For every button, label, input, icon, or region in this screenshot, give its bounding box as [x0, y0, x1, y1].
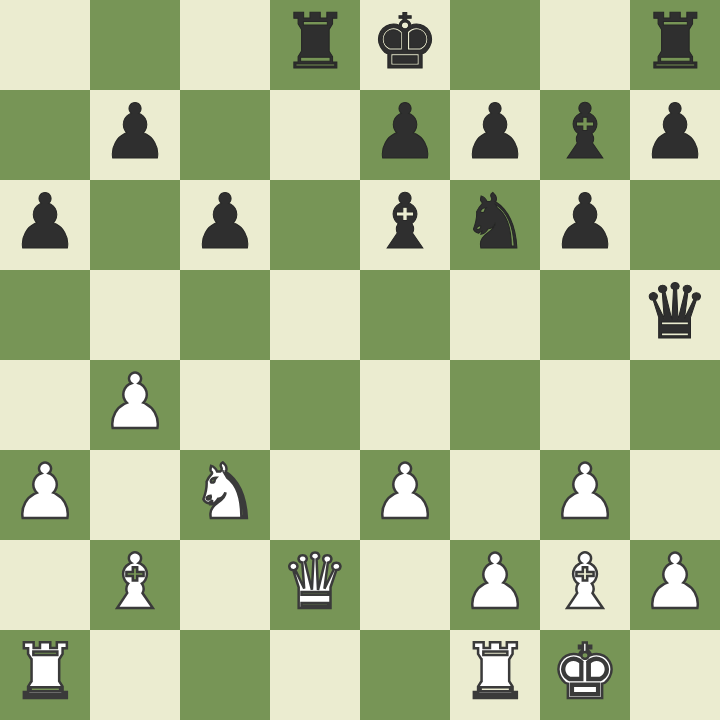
square-b7[interactable]: ♟	[90, 90, 180, 180]
square-b2[interactable]: ♝	[90, 540, 180, 630]
piece-white-rook-f1[interactable]: ♜	[461, 627, 529, 717]
square-f3[interactable]	[450, 450, 540, 540]
piece-black-rook-h8[interactable]: ♜	[641, 0, 709, 87]
square-g3[interactable]: ♟	[540, 450, 630, 540]
square-h1[interactable]	[630, 630, 720, 720]
piece-white-pawn-g3[interactable]: ♟	[551, 447, 619, 537]
piece-white-bishop-g2[interactable]: ♝	[551, 537, 619, 627]
square-h3[interactable]	[630, 450, 720, 540]
square-a2[interactable]	[0, 540, 90, 630]
piece-black-king-e8[interactable]: ♚	[371, 0, 439, 87]
piece-black-knight-f6[interactable]: ♞	[461, 177, 529, 267]
piece-black-queen-h5[interactable]: ♛	[641, 267, 709, 357]
square-c1[interactable]	[180, 630, 270, 720]
square-f5[interactable]	[450, 270, 540, 360]
square-f8[interactable]	[450, 0, 540, 90]
square-e7[interactable]: ♟	[360, 90, 450, 180]
square-d7[interactable]	[270, 90, 360, 180]
piece-black-pawn-b7[interactable]: ♟	[101, 87, 169, 177]
square-h8[interactable]: ♜	[630, 0, 720, 90]
square-h7[interactable]: ♟	[630, 90, 720, 180]
piece-white-pawn-f2[interactable]: ♟	[461, 537, 529, 627]
piece-black-bishop-g7[interactable]: ♝	[551, 87, 619, 177]
square-f1[interactable]: ♜	[450, 630, 540, 720]
piece-white-rook-a1[interactable]: ♜	[11, 627, 79, 717]
square-b8[interactable]	[90, 0, 180, 90]
square-e3[interactable]: ♟	[360, 450, 450, 540]
square-a5[interactable]	[0, 270, 90, 360]
square-h2[interactable]: ♟	[630, 540, 720, 630]
square-c6[interactable]: ♟	[180, 180, 270, 270]
piece-black-pawn-c6[interactable]: ♟	[191, 177, 259, 267]
piece-white-queen-d2[interactable]: ♛	[281, 537, 349, 627]
square-e5[interactable]	[360, 270, 450, 360]
square-f7[interactable]: ♟	[450, 90, 540, 180]
piece-black-pawn-g6[interactable]: ♟	[551, 177, 619, 267]
square-f6[interactable]: ♞	[450, 180, 540, 270]
square-g2[interactable]: ♝	[540, 540, 630, 630]
square-e4[interactable]	[360, 360, 450, 450]
square-b1[interactable]	[90, 630, 180, 720]
square-e2[interactable]	[360, 540, 450, 630]
piece-black-pawn-f7[interactable]: ♟	[461, 87, 529, 177]
square-b5[interactable]	[90, 270, 180, 360]
square-d3[interactable]	[270, 450, 360, 540]
piece-black-rook-d8[interactable]: ♜	[281, 0, 349, 87]
square-h6[interactable]	[630, 180, 720, 270]
piece-black-pawn-a6[interactable]: ♟	[11, 177, 79, 267]
piece-black-pawn-h7[interactable]: ♟	[641, 87, 709, 177]
square-c4[interactable]	[180, 360, 270, 450]
square-d4[interactable]	[270, 360, 360, 450]
square-g6[interactable]: ♟	[540, 180, 630, 270]
square-a3[interactable]: ♟	[0, 450, 90, 540]
piece-white-bishop-b2[interactable]: ♝	[101, 537, 169, 627]
square-g8[interactable]	[540, 0, 630, 90]
square-a6[interactable]: ♟	[0, 180, 90, 270]
square-c3[interactable]: ♞	[180, 450, 270, 540]
square-d8[interactable]: ♜	[270, 0, 360, 90]
square-a8[interactable]	[0, 0, 90, 90]
square-g4[interactable]	[540, 360, 630, 450]
square-a7[interactable]	[0, 90, 90, 180]
square-c8[interactable]	[180, 0, 270, 90]
square-a1[interactable]: ♜	[0, 630, 90, 720]
square-g7[interactable]: ♝	[540, 90, 630, 180]
square-e8[interactable]: ♚	[360, 0, 450, 90]
square-a4[interactable]	[0, 360, 90, 450]
piece-white-pawn-a3[interactable]: ♟	[11, 447, 79, 537]
square-f4[interactable]	[450, 360, 540, 450]
piece-white-king-g1[interactable]: ♚	[551, 627, 619, 717]
square-d1[interactable]	[270, 630, 360, 720]
square-b6[interactable]	[90, 180, 180, 270]
square-d2[interactable]: ♛	[270, 540, 360, 630]
square-c7[interactable]	[180, 90, 270, 180]
piece-white-pawn-e3[interactable]: ♟	[371, 447, 439, 537]
square-h4[interactable]	[630, 360, 720, 450]
square-h5[interactable]: ♛	[630, 270, 720, 360]
piece-white-pawn-h2[interactable]: ♟	[641, 537, 709, 627]
square-c2[interactable]	[180, 540, 270, 630]
square-d5[interactable]	[270, 270, 360, 360]
square-c5[interactable]	[180, 270, 270, 360]
square-d6[interactable]	[270, 180, 360, 270]
piece-white-pawn-b4[interactable]: ♟	[101, 357, 169, 447]
square-g1[interactable]: ♚	[540, 630, 630, 720]
square-b4[interactable]: ♟	[90, 360, 180, 450]
square-g5[interactable]	[540, 270, 630, 360]
piece-white-knight-c3[interactable]: ♞	[191, 447, 259, 537]
square-e6[interactable]: ♝	[360, 180, 450, 270]
chess-board: ♜♚♜♟♟♟♝♟♟♟♝♞♟♛♟♟♞♟♟♝♛♟♝♟♜♜♚	[0, 0, 720, 720]
square-b3[interactable]	[90, 450, 180, 540]
piece-black-bishop-e6[interactable]: ♝	[371, 177, 439, 267]
square-e1[interactable]	[360, 630, 450, 720]
piece-black-pawn-e7[interactable]: ♟	[371, 87, 439, 177]
square-f2[interactable]: ♟	[450, 540, 540, 630]
